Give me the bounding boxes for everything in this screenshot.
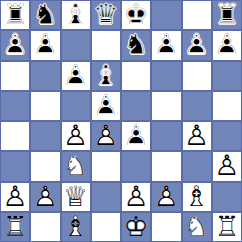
piece-black-pawn[interactable]: ♟♙: [121, 121, 151, 151]
square-h4[interactable]: [212, 121, 242, 151]
square-f2[interactable]: ♟♙: [151, 182, 181, 212]
square-b5[interactable]: [30, 91, 60, 121]
piece-glyph-outline: ♘: [30, 0, 60, 30]
square-c3[interactable]: ♞♘: [61, 151, 91, 181]
piece-glyph-outline: ♙: [121, 182, 151, 212]
piece-glyph-outline: ♗: [61, 0, 91, 30]
square-a3[interactable]: [0, 151, 30, 181]
square-c5[interactable]: [61, 91, 91, 121]
piece-glyph-outline: ♙: [30, 182, 60, 212]
piece-glyph-outline: ♘: [182, 212, 212, 242]
square-d2[interactable]: [91, 182, 121, 212]
square-a4[interactable]: [0, 121, 30, 151]
piece-white-pawn[interactable]: ♟♙: [30, 182, 60, 212]
piece-black-pawn[interactable]: ♟♙: [0, 30, 30, 60]
square-f4[interactable]: [151, 121, 181, 151]
square-e4[interactable]: ♟♙: [121, 121, 151, 151]
piece-white-pawn[interactable]: ♟♙: [182, 121, 212, 151]
square-g2[interactable]: ♝♗: [182, 182, 212, 212]
square-b2[interactable]: ♟♙: [30, 182, 60, 212]
piece-glyph-outline: ♙: [212, 30, 242, 60]
square-d6[interactable]: ♝♗: [91, 61, 121, 91]
piece-glyph-outline: ♗: [182, 182, 212, 212]
piece-glyph-outline: ♙: [91, 121, 121, 151]
piece-white-pawn[interactable]: ♟♙: [0, 182, 30, 212]
piece-glyph-fill: ♟: [212, 151, 242, 181]
piece-black-knight[interactable]: ♞♘: [121, 30, 151, 60]
piece-glyph-outline: ♙: [61, 61, 91, 91]
piece-glyph-outline: ♙: [61, 121, 91, 151]
square-a1[interactable]: ♜♖: [0, 212, 30, 242]
piece-white-bishop[interactable]: ♝♗: [61, 212, 91, 242]
piece-glyph-outline: ♙: [151, 182, 181, 212]
piece-white-knight[interactable]: ♞♘: [61, 151, 91, 181]
square-f3[interactable]: [151, 151, 181, 181]
piece-black-pawn[interactable]: ♟♙: [182, 30, 212, 60]
piece-black-pawn[interactable]: ♟♙: [30, 30, 60, 60]
square-c7[interactable]: [61, 30, 91, 60]
square-h2[interactable]: [212, 182, 242, 212]
square-e2[interactable]: ♟♙: [121, 182, 151, 212]
piece-glyph-fill: ♟: [30, 182, 60, 212]
piece-white-pawn[interactable]: ♟♙: [121, 182, 151, 212]
square-f7[interactable]: ♟♙: [151, 30, 181, 60]
piece-glyph-fill: ♟: [121, 121, 151, 151]
piece-glyph-fill: ♜: [212, 0, 242, 30]
piece-glyph-outline: ♖: [0, 212, 30, 242]
square-e5[interactable]: [121, 91, 151, 121]
piece-black-rook[interactable]: ♜♖: [212, 0, 242, 30]
piece-glyph-outline: ♙: [0, 182, 30, 212]
piece-glyph-outline: ♘: [61, 151, 91, 181]
piece-glyph-outline: ♙: [182, 30, 212, 60]
piece-glyph-fill: ♟: [30, 30, 60, 60]
piece-black-bishop[interactable]: ♝♗: [91, 61, 121, 91]
piece-black-pawn[interactable]: ♟♙: [61, 61, 91, 91]
piece-glyph-fill: ♞: [121, 30, 151, 60]
square-d5[interactable]: ♟♙: [91, 91, 121, 121]
piece-glyph-fill: ♝: [61, 212, 91, 242]
piece-glyph-outline: ♗: [91, 61, 121, 91]
piece-glyph-outline: ♙: [30, 30, 60, 60]
square-b7[interactable]: ♟♙: [30, 30, 60, 60]
piece-white-queen[interactable]: ♛♕: [61, 182, 91, 212]
square-g7[interactable]: ♟♙: [182, 30, 212, 60]
square-b4[interactable]: [30, 121, 60, 151]
square-a2[interactable]: ♟♙: [0, 182, 30, 212]
piece-glyph-fill: ♞: [30, 0, 60, 30]
square-c2[interactable]: ♛♕: [61, 182, 91, 212]
square-e8[interactable]: ♚♔: [121, 0, 151, 30]
piece-white-pawn[interactable]: ♟♙: [61, 121, 91, 151]
piece-glyph-fill: ♞: [61, 151, 91, 181]
piece-black-pawn[interactable]: ♟♙: [151, 30, 181, 60]
piece-black-pawn[interactable]: ♟♙: [212, 30, 242, 60]
square-e1[interactable]: ♚♔: [121, 212, 151, 242]
square-h6[interactable]: [212, 61, 242, 91]
piece-glyph-outline: ♖: [0, 0, 30, 30]
square-d8[interactable]: ♛♕: [91, 0, 121, 30]
piece-white-rook[interactable]: ♜♖: [0, 212, 30, 242]
piece-glyph-fill: ♛: [91, 0, 121, 30]
piece-glyph-outline: ♖: [212, 212, 242, 242]
chess-board: ♜♖♞♘♝♗♛♕♚♔♜♖♟♙♟♙♞♘♟♙♟♙♟♙♟♙♝♗♟♙♟♙♟♙♟♙♟♙♞♘…: [0, 0, 242, 242]
piece-glyph-outline: ♕: [61, 182, 91, 212]
piece-glyph-outline: ♙: [0, 30, 30, 60]
square-e6[interactable]: [121, 61, 151, 91]
square-h1[interactable]: ♜♖: [212, 212, 242, 242]
piece-glyph-outline: ♙: [151, 30, 181, 60]
piece-glyph-fill: ♟: [151, 30, 181, 60]
square-e7[interactable]: ♞♘: [121, 30, 151, 60]
piece-white-pawn[interactable]: ♟♙: [151, 182, 181, 212]
piece-glyph-fill: ♟: [182, 30, 212, 60]
square-d1[interactable]: [91, 212, 121, 242]
piece-glyph-fill: ♟: [91, 121, 121, 151]
square-c6[interactable]: ♟♙: [61, 61, 91, 91]
piece-glyph-outline: ♙: [182, 121, 212, 151]
square-f5[interactable]: [151, 91, 181, 121]
piece-white-knight[interactable]: ♞♘: [182, 212, 212, 242]
piece-glyph-fill: ♟: [212, 30, 242, 60]
piece-glyph-outline: ♔: [121, 212, 151, 242]
square-g4[interactable]: ♟♙: [182, 121, 212, 151]
square-h8[interactable]: ♜♖: [212, 0, 242, 30]
piece-glyph-fill: ♟: [0, 30, 30, 60]
square-b8[interactable]: ♞♘: [30, 0, 60, 30]
piece-glyph-fill: ♜: [212, 212, 242, 242]
piece-black-knight[interactable]: ♞♘: [30, 0, 60, 30]
piece-glyph-outline: ♙: [91, 91, 121, 121]
piece-glyph-outline: ♙: [212, 151, 242, 181]
piece-glyph-fill: ♚: [121, 0, 151, 30]
square-b3[interactable]: [30, 151, 60, 181]
square-g8[interactable]: [182, 0, 212, 30]
piece-glyph-outline: ♕: [91, 0, 121, 30]
square-a6[interactable]: [0, 61, 30, 91]
square-h5[interactable]: [212, 91, 242, 121]
square-f8[interactable]: [151, 0, 181, 30]
piece-glyph-fill: ♝: [61, 0, 91, 30]
piece-white-bishop[interactable]: ♝♗: [182, 182, 212, 212]
piece-glyph-fill: ♝: [91, 61, 121, 91]
square-d4[interactable]: ♟♙: [91, 121, 121, 151]
square-e3[interactable]: [121, 151, 151, 181]
square-c4[interactable]: ♟♙: [61, 121, 91, 151]
square-g3[interactable]: [182, 151, 212, 181]
piece-glyph-outline: ♗: [61, 212, 91, 242]
piece-glyph-fill: ♟: [182, 121, 212, 151]
piece-white-pawn[interactable]: ♟♙: [91, 121, 121, 151]
square-h3[interactable]: ♟♙: [212, 151, 242, 181]
square-h7[interactable]: ♟♙: [212, 30, 242, 60]
piece-white-pawn[interactable]: ♟♙: [212, 151, 242, 181]
piece-glyph-outline: ♔: [121, 0, 151, 30]
square-g6[interactable]: [182, 61, 212, 91]
square-c8[interactable]: ♝♗: [61, 0, 91, 30]
square-c1[interactable]: ♝♗: [61, 212, 91, 242]
piece-glyph-fill: ♟: [121, 182, 151, 212]
square-g1[interactable]: ♞♘: [182, 212, 212, 242]
piece-glyph-fill: ♟: [61, 61, 91, 91]
square-b1[interactable]: [30, 212, 60, 242]
square-b6[interactable]: [30, 61, 60, 91]
square-f6[interactable]: [151, 61, 181, 91]
piece-glyph-fill: ♟: [91, 91, 121, 121]
piece-glyph-fill: ♞: [182, 212, 212, 242]
piece-black-king[interactable]: ♚♔: [121, 0, 151, 30]
piece-white-rook[interactable]: ♜♖: [212, 212, 242, 242]
piece-glyph-fill: ♟: [151, 182, 181, 212]
square-f1[interactable]: [151, 212, 181, 242]
piece-glyph-fill: ♟: [61, 121, 91, 151]
piece-glyph-fill: ♝: [182, 182, 212, 212]
piece-white-king[interactable]: ♚♔: [121, 212, 151, 242]
square-g5[interactable]: [182, 91, 212, 121]
piece-glyph-fill: ♜: [0, 212, 30, 242]
square-d7[interactable]: [91, 30, 121, 60]
square-a7[interactable]: ♟♙: [0, 30, 30, 60]
piece-black-rook[interactable]: ♜♖: [0, 0, 30, 30]
square-a8[interactable]: ♜♖: [0, 0, 30, 30]
square-a5[interactable]: [0, 91, 30, 121]
piece-glyph-fill: ♜: [0, 0, 30, 30]
piece-glyph-outline: ♘: [121, 30, 151, 60]
piece-black-bishop[interactable]: ♝♗: [61, 0, 91, 30]
piece-glyph-fill: ♚: [121, 212, 151, 242]
piece-glyph-outline: ♖: [212, 0, 242, 30]
square-d3[interactable]: [91, 151, 121, 181]
piece-glyph-outline: ♙: [121, 121, 151, 151]
piece-black-queen[interactable]: ♛♕: [91, 0, 121, 30]
piece-black-pawn[interactable]: ♟♙: [91, 91, 121, 121]
piece-glyph-fill: ♛: [61, 182, 91, 212]
piece-glyph-fill: ♟: [0, 182, 30, 212]
